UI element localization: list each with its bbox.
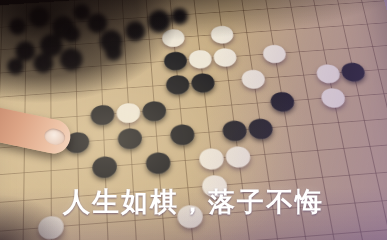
white-stone[interactable]: ●: [259, 40, 289, 66]
white-stone[interactable]: ●: [238, 64, 268, 91]
black-stone[interactable]: ●: [90, 150, 119, 180]
white-stone[interactable]: ●: [222, 140, 253, 170]
black-stone[interactable]: ●: [167, 118, 197, 147]
black-stone[interactable]: ●: [115, 122, 144, 151]
black-stone[interactable]: ●: [140, 95, 169, 123]
caption-text: 人生如棋，落子不悔: [0, 184, 387, 220]
black-stone[interactable]: ●: [267, 86, 298, 113]
white-stone[interactable]: ●: [210, 43, 239, 69]
fingernail-icon: [43, 127, 67, 147]
white-stone[interactable]: ●: [317, 83, 348, 110]
black-stone[interactable]: ●: [88, 99, 116, 127]
black-stone[interactable]: ●: [188, 68, 217, 95]
black-stone[interactable]: ●: [245, 113, 276, 141]
black-stone[interactable]: ●: [163, 70, 192, 97]
go-photo-scene: ●●●●●●●●●●●●●●●●●●●●●●●●●●●● ●●●●●●●●●●●…: [0, 0, 387, 240]
black-stone[interactable]: ●: [143, 146, 173, 176]
